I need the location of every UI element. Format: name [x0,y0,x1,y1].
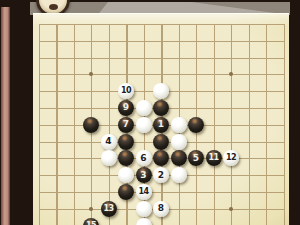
stone-black-4-7 [83,117,99,133]
move-number-label: 8 [158,204,164,213]
stone-black-move-3: 3 [136,167,152,183]
move-number-label: 11 [208,154,218,162]
stone-white-7-7 [136,117,152,133]
move-number-label: 15 [86,221,96,225]
stone-black-move-7: 7 [118,117,134,133]
stone-black-8-8 [153,134,169,150]
stone-black-8-6 [153,100,169,116]
stone-black-10-7 [188,117,204,133]
stone-black-move-11: 11 [206,150,222,166]
stone-white-move-2: 2 [153,167,169,183]
stone-white-move-6: 6 [136,150,152,166]
stone-black-8-9 [153,150,169,166]
stone-white-7-6 [136,100,152,116]
bowl-knob [49,4,58,10]
stone-white-9-10 [171,167,187,183]
stone-black-move-15: 15 [83,218,99,225]
move-number-label: 6 [140,153,146,162]
move-number-label: 3 [140,170,146,179]
stone-white-move-12: 12 [223,150,239,166]
move-number-label: 1 [158,120,164,129]
stone-black-move-9: 9 [118,100,134,116]
stone-white-move-10: 10 [118,83,134,99]
move-number-label: 14 [138,187,148,195]
stone-white-move-8: 8 [153,201,169,217]
move-number-label: 5 [193,153,199,162]
stone-white-9-7 [171,117,187,133]
stone-black-6-11 [118,184,134,200]
stone-white-7-13 [136,218,152,225]
photographed-screen: 109714651112321413815 [0,0,300,225]
move-number-label: 2 [158,170,164,179]
stone-black-move-5: 5 [188,150,204,166]
wooden-frame-strip [1,7,10,225]
stone-black-move-13: 13 [101,201,117,217]
stone-white-7-12 [136,201,152,217]
stone-white-move-14: 14 [136,184,152,200]
stone-white-move-4: 4 [101,134,117,150]
stone-black-6-8 [118,134,134,150]
stone-white-8-5 [153,83,169,99]
stone-white-6-10 [118,167,134,183]
stone-black-9-9 [171,150,187,166]
stone-white-9-8 [171,134,187,150]
move-number-label: 4 [105,137,111,146]
stone-black-move-1: 1 [153,117,169,133]
stone-white-5-9 [101,150,117,166]
move-number-label: 9 [123,103,129,112]
move-number-label: 7 [123,120,129,129]
stone-black-6-9 [118,150,134,166]
move-number-label: 12 [226,154,236,162]
move-number-label: 10 [121,87,131,95]
stones-layer: 109714651112321413815 [30,16,293,225]
move-number-label: 13 [103,204,113,212]
